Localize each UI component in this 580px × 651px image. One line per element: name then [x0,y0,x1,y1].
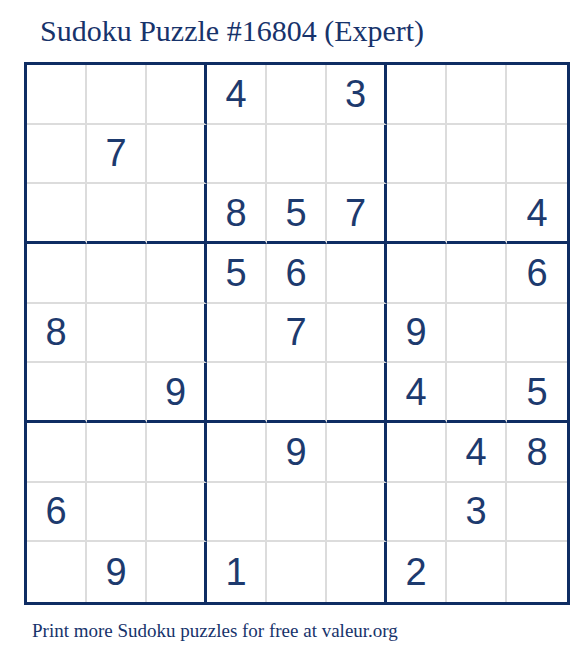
cell-r4c6[interactable] [327,244,387,304]
cell-r5c8[interactable] [447,304,507,364]
cell-r2c1[interactable] [27,125,87,185]
cell-r1c5[interactable] [267,65,327,125]
cell-r9c2[interactable]: 9 [87,542,147,602]
cell-r4c9[interactable]: 6 [507,244,567,304]
cell-r5c3[interactable] [147,304,207,364]
cell-r1c3[interactable] [147,65,207,125]
sudoku-print-page: Sudoku Puzzle #16804 (Expert) 4378574566… [0,13,580,651]
footer-text: Print more Sudoku puzzles for free at va… [32,620,580,642]
cell-r8c8[interactable]: 3 [447,483,507,543]
cell-r4c1[interactable] [27,244,87,304]
cell-r4c3[interactable] [147,244,207,304]
cell-r3c3[interactable] [147,184,207,244]
cell-r5c4[interactable] [207,304,267,364]
cell-r3c1[interactable] [27,184,87,244]
cell-r6c8[interactable] [447,363,507,423]
cell-r3c7[interactable] [387,184,447,244]
cell-r1c4[interactable]: 4 [207,65,267,125]
cell-r9c9[interactable] [507,542,567,602]
sudoku-board: 437857456687994594863912 [24,62,570,605]
cell-r7c5[interactable]: 9 [267,423,327,483]
cell-r3c6[interactable]: 7 [327,184,387,244]
cell-r2c6[interactable] [327,125,387,185]
cell-r6c2[interactable] [87,363,147,423]
cell-r6c6[interactable] [327,363,387,423]
cell-r9c4[interactable]: 1 [207,542,267,602]
cell-r9c1[interactable] [27,542,87,602]
cell-r1c6[interactable]: 3 [327,65,387,125]
cell-r2c5[interactable] [267,125,327,185]
cell-r8c3[interactable] [147,483,207,543]
cell-r2c4[interactable] [207,125,267,185]
cell-r7c4[interactable] [207,423,267,483]
cell-r5c2[interactable] [87,304,147,364]
cell-r3c2[interactable] [87,184,147,244]
cell-r3c9[interactable]: 4 [507,184,567,244]
cell-r5c6[interactable] [327,304,387,364]
cell-r4c8[interactable] [447,244,507,304]
cell-r7c6[interactable] [327,423,387,483]
cell-r8c7[interactable] [387,483,447,543]
cell-r7c2[interactable] [87,423,147,483]
cell-r7c7[interactable] [387,423,447,483]
cell-r6c5[interactable] [267,363,327,423]
page-title: Sudoku Puzzle #16804 (Expert) [40,13,580,49]
cell-r2c8[interactable] [447,125,507,185]
cell-r4c5[interactable]: 6 [267,244,327,304]
cell-r9c6[interactable] [327,542,387,602]
cell-r9c7[interactable]: 2 [387,542,447,602]
cell-r8c2[interactable] [87,483,147,543]
cell-r6c9[interactable]: 5 [507,363,567,423]
cell-r2c9[interactable] [507,125,567,185]
cell-r7c8[interactable]: 4 [447,423,507,483]
cell-r8c4[interactable] [207,483,267,543]
cell-r4c2[interactable] [87,244,147,304]
cell-r8c5[interactable] [267,483,327,543]
cell-r7c1[interactable] [27,423,87,483]
cell-r8c9[interactable] [507,483,567,543]
cell-r1c9[interactable] [507,65,567,125]
cell-r2c3[interactable] [147,125,207,185]
cell-r4c4[interactable]: 5 [207,244,267,304]
cell-r8c6[interactable] [327,483,387,543]
cell-r9c8[interactable] [447,542,507,602]
cell-r5c9[interactable] [507,304,567,364]
cell-r1c8[interactable] [447,65,507,125]
cell-r6c1[interactable] [27,363,87,423]
cell-r2c2[interactable]: 7 [87,125,147,185]
cell-r5c7[interactable]: 9 [387,304,447,364]
cell-r7c3[interactable] [147,423,207,483]
cell-r9c3[interactable] [147,542,207,602]
cell-r4c7[interactable] [387,244,447,304]
cell-r6c4[interactable] [207,363,267,423]
cell-r1c1[interactable] [27,65,87,125]
cell-r6c3[interactable]: 9 [147,363,207,423]
cell-r5c5[interactable]: 7 [267,304,327,364]
cell-r3c4[interactable]: 8 [207,184,267,244]
cell-r8c1[interactable]: 6 [27,483,87,543]
cell-r9c5[interactable] [267,542,327,602]
cell-r2c7[interactable] [387,125,447,185]
cell-r5c1[interactable]: 8 [27,304,87,364]
cell-r1c7[interactable] [387,65,447,125]
cell-r1c2[interactable] [87,65,147,125]
cell-r6c7[interactable]: 4 [387,363,447,423]
cell-r3c8[interactable] [447,184,507,244]
cell-r7c9[interactable]: 8 [507,423,567,483]
cell-r3c5[interactable]: 5 [267,184,327,244]
